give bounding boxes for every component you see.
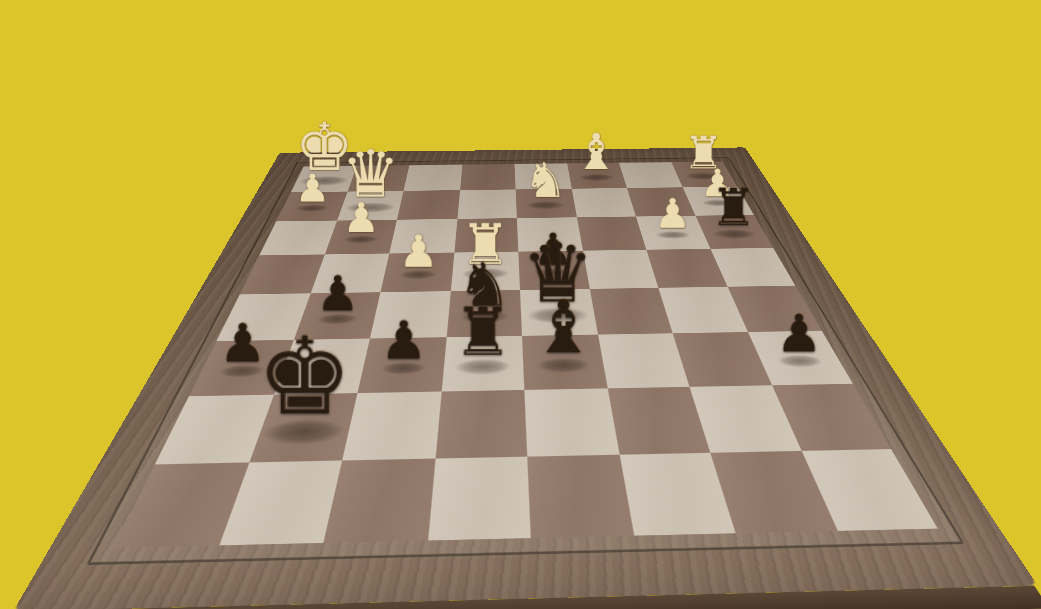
- piece-black-rook-a3[interactable]: ♜: [711, 181, 757, 233]
- square-f2[interactable]: [397, 190, 460, 220]
- square-f1[interactable]: [404, 165, 462, 191]
- square-f8[interactable]: [323, 458, 435, 543]
- piece-black-bishop-d6[interactable]: ♝: [530, 291, 596, 364]
- square-d7[interactable]: [524, 388, 619, 456]
- piece-white-knight-d2[interactable]: ♞: [524, 156, 567, 204]
- piece-black-pawn-f6[interactable]: ♟: [380, 314, 427, 367]
- piece-black-king-g7[interactable]: ♚: [257, 323, 353, 430]
- piece-black-pawn-a6[interactable]: ♟: [776, 307, 823, 359]
- screenshot-canvas: ♚♛♜♜♝♞♟♟♟♟♟♚♛♜♜♝♞♟♟♟♟♟: [0, 0, 1041, 609]
- chess-board: ♚♛♜♜♝♞♟♟♟♟♟♚♛♜♜♝♞♟♟♟♟♟: [13, 147, 1038, 609]
- piece-white-pawn-b3[interactable]: ♟: [654, 193, 691, 234]
- piece-white-pawn-g3[interactable]: ♟: [343, 197, 380, 238]
- piece-white-bishop-c1[interactable]: ♝: [574, 127, 619, 177]
- square-e1[interactable]: [460, 164, 516, 190]
- piece-black-rook-e6[interactable]: ♜: [454, 299, 514, 366]
- piece-black-pawn-g5[interactable]: ♟: [316, 269, 359, 317]
- piece-white-pawn-h2[interactable]: ♟: [295, 169, 330, 208]
- piece-white-pawn-f4[interactable]: ♟: [398, 229, 438, 274]
- chess-scene: ♚♛♜♜♝♞♟♟♟♟♟♚♛♜♜♝♞♟♟♟♟♟: [0, 0, 1041, 609]
- square-c2[interactable]: [571, 188, 636, 217]
